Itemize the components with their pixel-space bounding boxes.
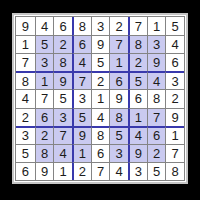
digit: 4 [116,165,123,178]
digit: 3 [60,111,67,124]
cell-r2c4[interactable]: 6 [72,35,91,53]
cell-r4c6[interactable]: 6 [109,71,128,89]
cell-r5c1[interactable]: 4 [16,89,35,107]
digit: 7 [135,20,142,33]
cell-r2c9[interactable]: 4 [165,35,184,53]
sudoku-grid: 9468327151526978347384512968197265434753… [15,16,185,181]
digit: 9 [41,165,48,178]
digit: 5 [153,165,160,178]
cell-r8c8[interactable]: 2 [147,144,166,162]
digit: 1 [60,165,67,178]
digit: 3 [79,92,86,105]
digit: 3 [22,129,29,142]
digit: 9 [79,129,86,142]
cell-r3c8[interactable]: 9 [147,53,166,71]
cell-r6c8[interactable]: 7 [147,108,166,126]
cell-r8c1[interactable]: 5 [16,144,35,162]
digit: 9 [172,111,179,124]
cell-r7c1[interactable]: 3 [16,126,35,144]
cell-r5c8[interactable]: 8 [147,89,166,107]
digit: 3 [153,38,160,51]
digit: 6 [116,75,123,88]
cell-r4c9[interactable]: 3 [165,71,184,89]
digit: 2 [41,129,48,142]
cell-r9c9[interactable]: 8 [165,162,184,180]
digit: 9 [116,92,123,105]
sudoku-board: 9468327151526978347384512968197265434753… [12,13,188,184]
cell-r5c6[interactable]: 9 [109,89,128,107]
cell-r7c5[interactable]: 8 [91,126,110,144]
digit: 7 [97,165,104,178]
cell-r6c2[interactable]: 6 [35,108,54,126]
cell-r1c9[interactable]: 5 [165,17,184,35]
cell-r9c4[interactable]: 2 [72,162,91,180]
cell-r1c6[interactable]: 2 [109,17,128,35]
digit: 8 [41,147,48,160]
digit: 1 [135,111,142,124]
digit: 3 [41,56,48,69]
digit: 7 [22,56,29,69]
cell-r4c7[interactable]: 5 [128,71,147,89]
cell-r8c6[interactable]: 3 [109,144,128,162]
digit: 5 [172,20,179,33]
cell-r4c3[interactable]: 9 [53,71,72,89]
cell-r9c2[interactable]: 9 [35,162,54,180]
digit: 8 [60,56,67,69]
cell-r1c8[interactable]: 1 [147,17,166,35]
digit: 9 [97,38,104,51]
cell-r4c5[interactable]: 2 [91,71,110,89]
digit: 6 [153,129,160,142]
cell-r2c3[interactable]: 2 [53,35,72,53]
cell-r5c7[interactable]: 6 [128,89,147,107]
digit: 4 [60,147,67,160]
cell-r7c3[interactable]: 7 [53,126,72,144]
digit: 7 [60,129,67,142]
digit: 4 [41,20,48,33]
cell-r6c4[interactable]: 5 [72,108,91,126]
digit: 7 [153,111,160,124]
digit: 5 [97,56,104,69]
cell-r4c8[interactable]: 4 [147,71,166,89]
digit: 1 [79,147,86,160]
cell-r6c3[interactable]: 3 [53,108,72,126]
cell-r9c1[interactable]: 6 [16,162,35,180]
digit: 2 [79,165,86,178]
cell-r2c6[interactable]: 7 [109,35,128,53]
digit: 8 [153,92,160,105]
digit: 1 [97,92,104,105]
cell-r3c2[interactable]: 3 [35,53,54,71]
digit: 5 [135,75,142,88]
cell-r7c2[interactable]: 2 [35,126,54,144]
digit: 7 [41,92,48,105]
digit: 9 [153,56,160,69]
cell-r5c2[interactable]: 7 [35,89,54,107]
cell-r4c4[interactable]: 7 [72,71,91,89]
cell-r5c4[interactable]: 3 [72,89,91,107]
cell-r3c3[interactable]: 8 [53,53,72,71]
cell-r1c3[interactable]: 6 [53,17,72,35]
digit: 4 [172,38,179,51]
digit: 3 [172,75,179,88]
cell-r8c2[interactable]: 8 [35,144,54,162]
digit: 3 [116,147,123,160]
cell-r8c4[interactable]: 1 [72,144,91,162]
digit: 8 [116,111,123,124]
cell-r9c6[interactable]: 4 [109,162,128,180]
digit: 4 [153,75,160,88]
cell-r3c9[interactable]: 6 [165,53,184,71]
cell-r4c1[interactable]: 8 [16,71,35,89]
digit: 4 [22,92,29,105]
digit: 8 [79,20,86,33]
digit: 6 [172,56,179,69]
digit: 7 [116,38,123,51]
digit: 8 [22,75,29,88]
cell-r1c4[interactable]: 8 [72,17,91,35]
digit: 1 [153,20,160,33]
cell-r9c7[interactable]: 3 [128,162,147,180]
digit: 5 [116,129,123,142]
digit: 1 [41,75,48,88]
cell-r1c1[interactable]: 9 [16,17,35,35]
cell-r6c6[interactable]: 8 [109,108,128,126]
cell-r6c9[interactable]: 9 [165,108,184,126]
cell-r7c9[interactable]: 1 [165,126,184,144]
digit: 1 [22,38,29,51]
cell-r1c5[interactable]: 3 [91,17,110,35]
digit: 2 [135,56,142,69]
digit: 3 [135,165,142,178]
digit: 2 [97,75,104,88]
cell-r6c5[interactable]: 4 [91,108,110,126]
digit: 5 [41,38,48,51]
cell-r7c7[interactable]: 4 [128,126,147,144]
cell-r9c5[interactable]: 7 [91,162,110,180]
cell-r9c8[interactable]: 5 [147,162,166,180]
cell-r7c8[interactable]: 6 [147,126,166,144]
digit: 2 [172,92,179,105]
cell-r4c2[interactable]: 1 [35,71,54,89]
digit: 6 [60,20,67,33]
digit: 2 [116,20,123,33]
digit: 4 [97,111,104,124]
cell-r3c4[interactable]: 4 [72,53,91,71]
cell-r5c9[interactable]: 2 [165,89,184,107]
digit: 2 [60,38,67,51]
cell-r8c5[interactable]: 6 [91,144,110,162]
digit: 9 [60,75,67,88]
cell-r8c3[interactable]: 4 [53,144,72,162]
digit: 7 [79,75,86,88]
cell-r8c7[interactable]: 9 [128,144,147,162]
digit: 9 [135,147,142,160]
digit: 4 [79,56,86,69]
cell-r1c2[interactable]: 4 [35,17,54,35]
digit: 8 [97,129,104,142]
cell-r2c2[interactable]: 5 [35,35,54,53]
digit: 5 [79,111,86,124]
cell-r3c5[interactable]: 5 [91,53,110,71]
cell-r5c5[interactable]: 1 [91,89,110,107]
digit: 6 [135,92,142,105]
cell-r8c9[interactable]: 7 [165,144,184,162]
digit: 6 [79,38,86,51]
cell-r3c7[interactable]: 2 [128,53,147,71]
cell-r6c7[interactable]: 1 [128,108,147,126]
digit: 6 [41,111,48,124]
cell-r7c6[interactable]: 5 [109,126,128,144]
cell-r3c6[interactable]: 1 [109,53,128,71]
digit: 5 [60,92,67,105]
digit: 7 [172,147,179,160]
cell-r5c3[interactable]: 5 [53,89,72,107]
digit: 1 [172,129,179,142]
cell-r2c1[interactable]: 1 [16,35,35,53]
digit: 9 [22,20,29,33]
cell-r3c1[interactable]: 7 [16,53,35,71]
digit: 3 [97,20,104,33]
digit: 1 [116,56,123,69]
cell-r7c4[interactable]: 9 [72,126,91,144]
cell-r2c7[interactable]: 8 [128,35,147,53]
cell-r2c5[interactable]: 9 [91,35,110,53]
cell-r6c1[interactable]: 2 [16,108,35,126]
digit: 2 [153,147,160,160]
digit: 8 [135,38,142,51]
cell-r9c3[interactable]: 1 [53,162,72,180]
digit: 2 [22,111,29,124]
digit: 4 [135,129,142,142]
digit: 6 [97,147,104,160]
cell-r1c7[interactable]: 7 [128,17,147,35]
digit: 8 [172,165,179,178]
digit: 5 [22,147,29,160]
cell-r2c8[interactable]: 3 [147,35,166,53]
digit: 6 [22,165,29,178]
